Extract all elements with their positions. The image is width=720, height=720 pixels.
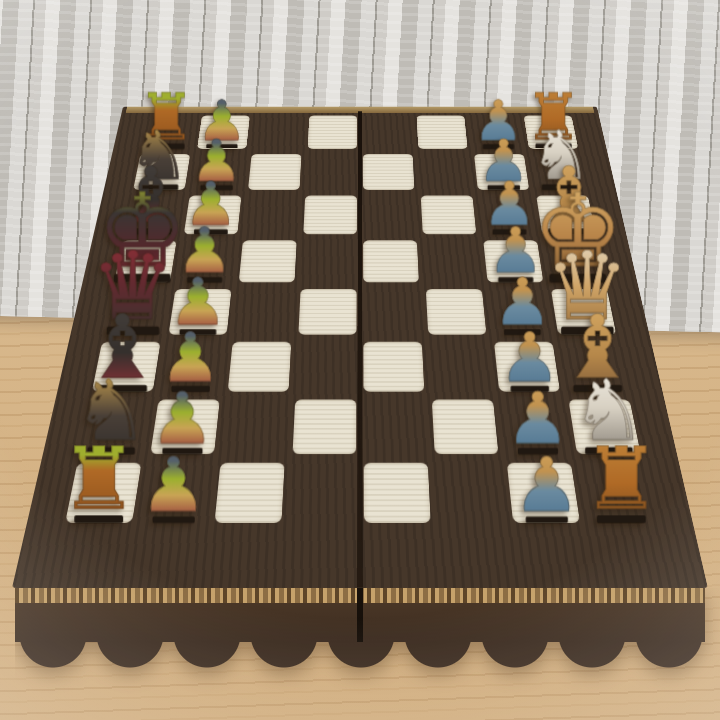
- square-a2[interactable]: ♟: [503, 459, 585, 528]
- square-c6[interactable]: [224, 338, 295, 395]
- square-a7[interactable]: ♟: [135, 459, 217, 528]
- square-h5[interactable]: [305, 113, 360, 151]
- square-a6[interactable]: [210, 459, 289, 528]
- piece-black-rook-a8[interactable]: ♜: [60, 436, 137, 522]
- square-e3[interactable]: [420, 237, 485, 285]
- square-c5[interactable]: [292, 338, 360, 395]
- piece-black-pawn-a7[interactable]: ♟: [140, 447, 207, 522]
- square-h4[interactable]: [360, 113, 415, 151]
- square-e4[interactable]: [360, 237, 422, 285]
- square-f5[interactable]: [300, 193, 360, 238]
- square-b3[interactable]: [428, 396, 503, 459]
- square-c3[interactable]: [425, 338, 496, 395]
- square-a1[interactable]: ♜: [574, 459, 660, 528]
- chess-board: ♜♟♟♜♞♟♟♞♝♟♟♝♚♟♟♚♛♟♟♛♝♟♟♝♞♟♟♞♜♟♟♜: [12, 107, 708, 588]
- scalloped-edge: [15, 642, 705, 680]
- square-b6[interactable]: [217, 396, 292, 459]
- square-a5[interactable]: [285, 459, 360, 528]
- square-g5[interactable]: [302, 151, 360, 192]
- square-a8[interactable]: ♜: [60, 459, 146, 528]
- square-g6[interactable]: [245, 151, 305, 192]
- piece-white-pawn-a2[interactable]: ♟: [513, 447, 580, 522]
- square-h6[interactable]: [249, 113, 306, 151]
- square-g3[interactable]: [415, 151, 475, 192]
- square-e6[interactable]: [235, 237, 300, 285]
- board-front-edge: [15, 588, 705, 680]
- checker-grid: ♜♟♟♜♞♟♟♞♝♟♟♝♚♟♟♚♛♟♟♛♝♟♟♝♞♟♟♞♜♟♟♜: [60, 113, 659, 528]
- square-h3[interactable]: [413, 113, 470, 151]
- square-d3[interactable]: [422, 286, 490, 339]
- square-b5[interactable]: [289, 396, 360, 459]
- square-g4[interactable]: [360, 151, 418, 192]
- square-d6[interactable]: [230, 286, 298, 339]
- photo-stage: ♜♟♟♜♞♟♟♞♝♟♟♝♚♟♟♚♛♟♟♛♝♟♟♝♞♟♟♞♜♟♟♜: [0, 0, 720, 720]
- square-c4[interactable]: [360, 338, 428, 395]
- square-a4[interactable]: [360, 459, 435, 528]
- square-a3[interactable]: [431, 459, 510, 528]
- board-scene: ♜♟♟♜♞♟♟♞♝♟♟♝♚♟♟♚♛♟♟♛♝♟♟♝♞♟♟♞♜♟♟♜: [0, 0, 720, 720]
- skirt-seam: [357, 588, 363, 642]
- square-f6[interactable]: [240, 193, 302, 238]
- square-f3[interactable]: [418, 193, 480, 238]
- square-d4[interactable]: [360, 286, 425, 339]
- square-b4[interactable]: [360, 396, 431, 459]
- square-e5[interactable]: [298, 237, 360, 285]
- square-d5[interactable]: [295, 286, 360, 339]
- piece-white-rook-a1[interactable]: ♜: [583, 436, 660, 522]
- square-f4[interactable]: [360, 193, 420, 238]
